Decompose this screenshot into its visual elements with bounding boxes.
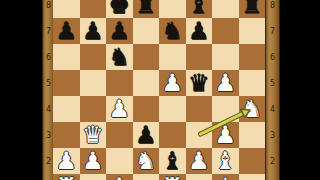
square-g8[interactable]	[212, 0, 239, 18]
square-c6[interactable]: ♞	[106, 44, 133, 70]
square-c2[interactable]	[106, 148, 133, 174]
black-pawn-d3[interactable]: ♟	[135, 122, 157, 148]
square-b6[interactable]	[80, 44, 107, 70]
square-h3[interactable]	[239, 122, 266, 148]
rank-label-7: 7	[266, 18, 279, 44]
square-d4[interactable]	[133, 96, 160, 122]
square-a5[interactable]	[53, 70, 80, 96]
square-b2[interactable]: ♟	[80, 148, 107, 174]
square-c8[interactable]: ♚	[106, 0, 133, 18]
square-c5[interactable]	[106, 70, 133, 96]
square-h1[interactable]	[239, 174, 266, 180]
black-bishop-f8[interactable]: ♝	[188, 0, 210, 18]
black-pawn-b7[interactable]: ♟	[82, 18, 104, 44]
square-a8[interactable]	[53, 0, 80, 18]
square-e4[interactable]	[159, 96, 186, 122]
square-g5[interactable]: ♟	[212, 70, 239, 96]
white-pawn-c4[interactable]: ♟	[108, 96, 130, 122]
rank-label-8: 8	[266, 0, 279, 18]
white-pawn-a2[interactable]: ♟	[55, 148, 77, 174]
rank-label-1: 1	[266, 174, 279, 180]
square-h4[interactable]: ♞	[239, 96, 266, 122]
black-bishop-e2[interactable]: ♝	[161, 148, 183, 174]
square-f1[interactable]	[186, 174, 213, 180]
white-queen-b3[interactable]: ♛	[82, 122, 104, 148]
square-d3[interactable]: ♟	[133, 122, 160, 148]
square-g3[interactable]: ♟	[212, 122, 239, 148]
square-b8[interactable]	[80, 0, 107, 18]
square-e3[interactable]	[159, 122, 186, 148]
square-g1[interactable]: ♚	[212, 174, 239, 180]
square-b3[interactable]: ♛	[80, 122, 107, 148]
square-d5[interactable]	[133, 70, 160, 96]
white-pawn-b2[interactable]: ♟	[82, 148, 104, 174]
black-rook-h8[interactable]: ♜	[241, 0, 263, 18]
rank-labels-right-rail: 87654321	[265, 0, 280, 180]
white-bishop-g2[interactable]: ♝	[214, 148, 236, 174]
square-d7[interactable]	[133, 18, 160, 44]
black-knight-c6[interactable]: ♞	[108, 44, 130, 70]
square-g2[interactable]: ♝	[212, 148, 239, 174]
square-a3[interactable]	[53, 122, 80, 148]
board: ♚♜♝♜♟♟♟♞♟♞♟♛♟♟♞♛♟♟♟♟♞♝♟♝♜♝♜♚	[53, 0, 265, 180]
square-c1[interactable]: ♝	[106, 174, 133, 180]
rank-label-4: 4	[266, 96, 279, 122]
square-g7[interactable]	[212, 18, 239, 44]
black-rook-d8[interactable]: ♜	[135, 0, 157, 18]
white-bishop-c1[interactable]: ♝	[108, 174, 130, 180]
square-h6[interactable]	[239, 44, 266, 70]
square-f7[interactable]: ♟	[186, 18, 213, 44]
black-knight-e7[interactable]: ♞	[161, 18, 183, 44]
square-d8[interactable]: ♜	[133, 0, 160, 18]
white-knight-d2[interactable]: ♞	[135, 148, 157, 174]
square-f8[interactable]: ♝	[186, 0, 213, 18]
square-e5[interactable]: ♟	[159, 70, 186, 96]
square-d6[interactable]	[133, 44, 160, 70]
square-e6[interactable]	[159, 44, 186, 70]
square-c7[interactable]: ♟	[106, 18, 133, 44]
black-pawn-f7[interactable]: ♟	[188, 18, 210, 44]
square-c4[interactable]: ♟	[106, 96, 133, 122]
square-b5[interactable]	[80, 70, 107, 96]
white-rook-a1[interactable]: ♜	[55, 174, 77, 180]
square-b4[interactable]	[80, 96, 107, 122]
square-a6[interactable]	[53, 44, 80, 70]
square-h5[interactable]	[239, 70, 266, 96]
square-f3[interactable]	[186, 122, 213, 148]
square-b7[interactable]: ♟	[80, 18, 107, 44]
chess-board-screenshot: 87654321 87654321 ♚♜♝♜♟♟♟♞♟♞♟♛♟♟♞♛♟♟♟♟♞♝…	[0, 0, 320, 180]
square-a4[interactable]	[53, 96, 80, 122]
white-king-g1[interactable]: ♚	[214, 174, 236, 180]
square-f2[interactable]: ♟	[186, 148, 213, 174]
white-pawn-e5[interactable]: ♟	[161, 70, 183, 96]
rank-label-6: 6	[266, 44, 279, 70]
black-pawn-c7[interactable]: ♟	[108, 18, 130, 44]
square-f5[interactable]: ♛	[186, 70, 213, 96]
white-pawn-g3[interactable]: ♟	[214, 122, 236, 148]
square-a2[interactable]: ♟	[53, 148, 80, 174]
white-knight-h4[interactable]: ♞	[241, 96, 263, 122]
square-f6[interactable]	[186, 44, 213, 70]
square-e7[interactable]: ♞	[159, 18, 186, 44]
square-e2[interactable]: ♝	[159, 148, 186, 174]
black-pawn-a7[interactable]: ♟	[55, 18, 77, 44]
square-e8[interactable]	[159, 0, 186, 18]
square-a1[interactable]: ♜	[53, 174, 80, 180]
square-f4[interactable]	[186, 96, 213, 122]
square-h7[interactable]	[239, 18, 266, 44]
rank-label-3: 3	[266, 122, 279, 148]
rank-label-5: 5	[266, 70, 279, 96]
square-b1[interactable]	[80, 174, 107, 180]
rank-label-2: 2	[266, 148, 279, 174]
black-king-c8[interactable]: ♚	[108, 0, 130, 18]
square-h8[interactable]: ♜	[239, 0, 266, 18]
white-pawn-f2[interactable]: ♟	[188, 148, 210, 174]
square-d1[interactable]	[133, 174, 160, 180]
square-h2[interactable]	[239, 148, 266, 174]
square-c3[interactable]	[106, 122, 133, 148]
square-a7[interactable]: ♟	[53, 18, 80, 44]
square-g6[interactable]	[212, 44, 239, 70]
black-queen-f5[interactable]: ♛	[188, 70, 210, 96]
white-pawn-g5[interactable]: ♟	[214, 70, 236, 96]
square-g4[interactable]	[212, 96, 239, 122]
square-d2[interactable]: ♞	[133, 148, 160, 174]
square-e1[interactable]: ♜	[159, 174, 186, 180]
white-rook-e1[interactable]: ♜	[161, 174, 183, 180]
